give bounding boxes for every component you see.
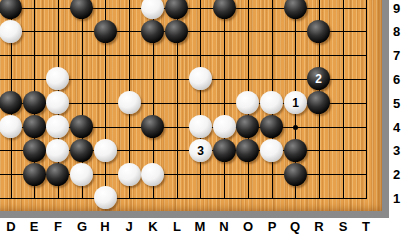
stone-white-J2[interactable] (118, 163, 141, 186)
row-label-2: 2 (389, 167, 404, 182)
stone-white-N4[interactable] (213, 115, 236, 138)
stone-black-E3[interactable] (23, 139, 46, 162)
row-label-7: 7 (389, 48, 404, 63)
go-app-window: 213 DEFGHJKLMNOPQRST 987654321 (0, 0, 404, 236)
stone-black-Q2[interactable] (284, 163, 307, 186)
grid-line-col-N (224, 0, 225, 199)
column-label-S: S (335, 219, 351, 234)
row-label-8: 8 (389, 24, 404, 39)
stone-black-R6[interactable]: 2 (307, 67, 330, 90)
grid-line-col-M (200, 0, 201, 199)
column-label-T: T (358, 219, 374, 234)
column-label-H: H (97, 219, 113, 234)
stone-black-O3[interactable] (236, 139, 259, 162)
stone-black-L9[interactable] (165, 0, 188, 19)
column-label-K: K (145, 219, 161, 234)
stone-black-K4[interactable] (141, 115, 164, 138)
board-shadow-bottom (0, 211, 389, 218)
stone-black-D9[interactable] (0, 0, 22, 19)
stone-black-F2[interactable] (46, 163, 69, 186)
column-label-R: R (311, 219, 327, 234)
column-label-M: M (192, 219, 208, 234)
stone-white-J5[interactable] (118, 91, 141, 114)
stone-white-P3[interactable] (260, 139, 283, 162)
column-label-O: O (240, 219, 256, 234)
stone-black-G9[interactable] (70, 0, 93, 19)
move-number-label-Q5: 1 (292, 97, 299, 109)
column-label-E: E (26, 219, 42, 234)
stone-black-O4[interactable] (236, 115, 259, 138)
stone-white-F6[interactable] (46, 67, 69, 90)
stone-black-G3[interactable] (70, 139, 93, 162)
stone-black-D5[interactable] (0, 91, 22, 114)
stone-white-M6[interactable] (189, 67, 212, 90)
stone-black-N3[interactable] (213, 139, 236, 162)
stone-white-O5[interactable] (236, 91, 259, 114)
go-board[interactable]: 213 (0, 0, 382, 211)
row-label-1: 1 (389, 191, 404, 206)
stone-white-F4[interactable] (46, 115, 69, 138)
stone-white-K2[interactable] (141, 163, 164, 186)
stone-black-G4[interactable] (70, 115, 93, 138)
row-label-6: 6 (389, 72, 404, 87)
stone-white-H1[interactable] (94, 186, 117, 209)
column-label-D: D (3, 219, 19, 234)
move-number-label-R6: 2 (315, 73, 322, 85)
stone-black-H8[interactable] (94, 20, 117, 43)
stone-white-F5[interactable] (46, 91, 69, 114)
stone-black-Q9[interactable] (284, 0, 307, 19)
stone-black-R8[interactable] (307, 20, 330, 43)
stone-white-F3[interactable] (46, 139, 69, 162)
stone-black-Q3[interactable] (284, 139, 307, 162)
stone-black-E2[interactable] (23, 163, 46, 186)
column-label-L: L (169, 219, 185, 234)
row-label-4: 4 (389, 120, 404, 135)
stone-black-R5[interactable] (307, 91, 330, 114)
stone-black-K8[interactable] (141, 20, 164, 43)
column-label-G: G (74, 219, 90, 234)
stone-white-Q5[interactable]: 1 (284, 91, 307, 114)
stone-white-G2[interactable] (70, 163, 93, 186)
stone-white-M4[interactable] (189, 115, 212, 138)
stone-black-P4[interactable] (260, 115, 283, 138)
star-point-Q4 (293, 125, 298, 130)
grid-line-col-T (366, 0, 367, 199)
board-shadow-right (382, 0, 389, 218)
stone-white-H3[interactable] (94, 139, 117, 162)
column-label-N: N (216, 219, 232, 234)
move-number-label-M3: 3 (197, 145, 204, 157)
stone-black-E4[interactable] (23, 115, 46, 138)
grid-line-col-S (343, 0, 344, 199)
column-label-Q: Q (287, 219, 303, 234)
grid-line-row-7 (0, 55, 367, 56)
column-label-F: F (50, 219, 66, 234)
column-label-J: J (121, 219, 137, 234)
grid-line-row-1 (0, 198, 367, 199)
column-label-P: P (264, 219, 280, 234)
row-label-9: 9 (389, 1, 404, 16)
row-label-5: 5 (389, 96, 404, 111)
stone-black-E5[interactable] (23, 91, 46, 114)
stone-white-D4[interactable] (0, 115, 22, 138)
stone-white-D8[interactable] (0, 20, 22, 43)
stone-white-M3[interactable]: 3 (189, 139, 212, 162)
stone-white-P5[interactable] (260, 91, 283, 114)
stone-black-L8[interactable] (165, 20, 188, 43)
row-label-3: 3 (389, 143, 404, 158)
stone-black-N9[interactable] (213, 0, 236, 19)
stone-white-K9[interactable] (141, 0, 164, 19)
